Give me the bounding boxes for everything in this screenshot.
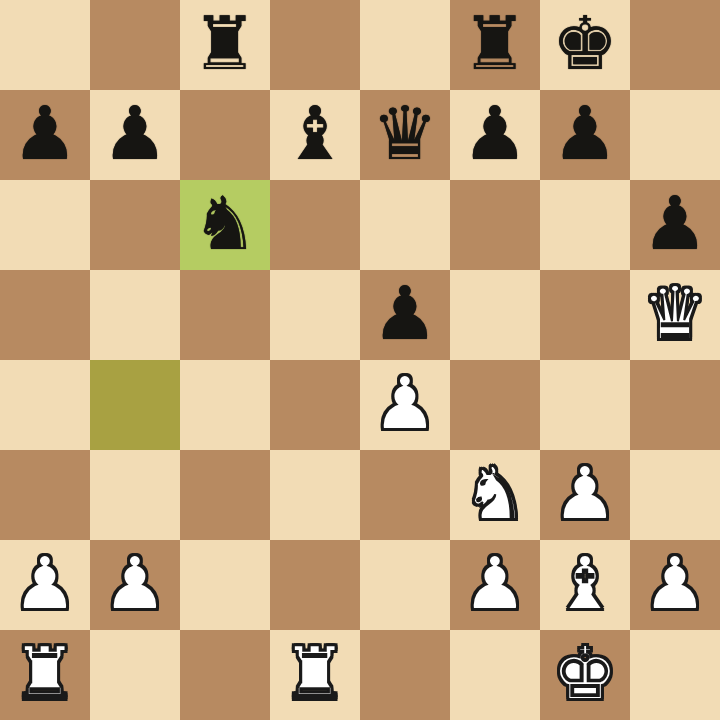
- square-c8[interactable]: ♜: [180, 0, 270, 90]
- square-h8[interactable]: [630, 0, 720, 90]
- square-b7[interactable]: ♟: [90, 90, 180, 180]
- piece-black-pawn-g7[interactable]: ♟: [552, 88, 618, 178]
- square-e8[interactable]: [360, 0, 450, 90]
- square-c4[interactable]: [180, 360, 270, 450]
- piece-black-pawn-a7[interactable]: ♟: [12, 88, 78, 178]
- square-g6[interactable]: [540, 180, 630, 270]
- square-d1[interactable]: ♜: [270, 630, 360, 720]
- square-d7[interactable]: ♝: [270, 90, 360, 180]
- piece-white-queen-h5[interactable]: ♛: [642, 268, 708, 358]
- square-f1[interactable]: [450, 630, 540, 720]
- piece-black-pawn-f7[interactable]: ♟: [462, 88, 528, 178]
- square-g1[interactable]: ♚: [540, 630, 630, 720]
- square-e6[interactable]: [360, 180, 450, 270]
- square-a8[interactable]: [0, 0, 90, 90]
- square-h7[interactable]: [630, 90, 720, 180]
- square-h5[interactable]: ♛: [630, 270, 720, 360]
- square-e7[interactable]: ♛: [360, 90, 450, 180]
- square-d6[interactable]: [270, 180, 360, 270]
- square-d2[interactable]: [270, 540, 360, 630]
- piece-black-pawn-h6[interactable]: ♟: [642, 178, 708, 268]
- square-g5[interactable]: [540, 270, 630, 360]
- square-f4[interactable]: [450, 360, 540, 450]
- square-c2[interactable]: [180, 540, 270, 630]
- piece-black-rook-f8[interactable]: ♜: [462, 0, 528, 88]
- square-e5[interactable]: ♟: [360, 270, 450, 360]
- square-g4[interactable]: [540, 360, 630, 450]
- chess-board: ♜♜♚♟♟♝♛♟♟♞♟♟♛♟♞♟♟♟♟♝♟♜♜♚: [0, 0, 720, 720]
- square-b1[interactable]: [90, 630, 180, 720]
- square-f7[interactable]: ♟: [450, 90, 540, 180]
- piece-white-king-g1[interactable]: ♚: [552, 628, 618, 718]
- square-c5[interactable]: [180, 270, 270, 360]
- piece-black-bishop-d7[interactable]: ♝: [282, 88, 348, 178]
- piece-white-pawn-h2[interactable]: ♟: [642, 538, 708, 628]
- square-a3[interactable]: [0, 450, 90, 540]
- square-h2[interactable]: ♟: [630, 540, 720, 630]
- piece-white-pawn-f2[interactable]: ♟: [462, 538, 528, 628]
- square-h1[interactable]: [630, 630, 720, 720]
- piece-black-king-g8[interactable]: ♚: [552, 0, 618, 88]
- piece-white-rook-d1[interactable]: ♜: [282, 628, 348, 718]
- square-c1[interactable]: [180, 630, 270, 720]
- square-b4[interactable]: [90, 360, 180, 450]
- square-e1[interactable]: [360, 630, 450, 720]
- piece-white-pawn-b2[interactable]: ♟: [102, 538, 168, 628]
- square-e3[interactable]: [360, 450, 450, 540]
- square-f2[interactable]: ♟: [450, 540, 540, 630]
- square-g3[interactable]: ♟: [540, 450, 630, 540]
- square-b3[interactable]: [90, 450, 180, 540]
- square-f5[interactable]: [450, 270, 540, 360]
- square-c7[interactable]: [180, 90, 270, 180]
- piece-black-queen-e7[interactable]: ♛: [372, 88, 438, 178]
- piece-white-pawn-a2[interactable]: ♟: [12, 538, 78, 628]
- piece-white-knight-f3[interactable]: ♞: [462, 448, 528, 538]
- square-h3[interactable]: [630, 450, 720, 540]
- piece-black-rook-c8[interactable]: ♜: [192, 0, 258, 88]
- square-g2[interactable]: ♝: [540, 540, 630, 630]
- piece-white-pawn-e4[interactable]: ♟: [372, 358, 438, 448]
- square-a2[interactable]: ♟: [0, 540, 90, 630]
- piece-black-knight-c6[interactable]: ♞: [192, 178, 258, 268]
- square-b2[interactable]: ♟: [90, 540, 180, 630]
- square-d4[interactable]: [270, 360, 360, 450]
- piece-white-pawn-g3[interactable]: ♟: [552, 448, 618, 538]
- piece-white-rook-a1[interactable]: ♜: [12, 628, 78, 718]
- square-a5[interactable]: [0, 270, 90, 360]
- square-a4[interactable]: [0, 360, 90, 450]
- square-h6[interactable]: ♟: [630, 180, 720, 270]
- square-d3[interactable]: [270, 450, 360, 540]
- square-h4[interactable]: [630, 360, 720, 450]
- square-g7[interactable]: ♟: [540, 90, 630, 180]
- square-b8[interactable]: [90, 0, 180, 90]
- square-f6[interactable]: [450, 180, 540, 270]
- square-e2[interactable]: [360, 540, 450, 630]
- square-f3[interactable]: ♞: [450, 450, 540, 540]
- square-d8[interactable]: [270, 0, 360, 90]
- square-a1[interactable]: ♜: [0, 630, 90, 720]
- piece-white-bishop-g2[interactable]: ♝: [552, 538, 618, 628]
- square-c6[interactable]: ♞: [180, 180, 270, 270]
- square-d5[interactable]: [270, 270, 360, 360]
- square-f8[interactable]: ♜: [450, 0, 540, 90]
- square-a6[interactable]: [0, 180, 90, 270]
- piece-black-pawn-e5[interactable]: ♟: [372, 268, 438, 358]
- square-e4[interactable]: ♟: [360, 360, 450, 450]
- square-a7[interactable]: ♟: [0, 90, 90, 180]
- square-g8[interactable]: ♚: [540, 0, 630, 90]
- square-b5[interactable]: [90, 270, 180, 360]
- square-b6[interactable]: [90, 180, 180, 270]
- square-c3[interactable]: [180, 450, 270, 540]
- piece-black-pawn-b7[interactable]: ♟: [102, 88, 168, 178]
